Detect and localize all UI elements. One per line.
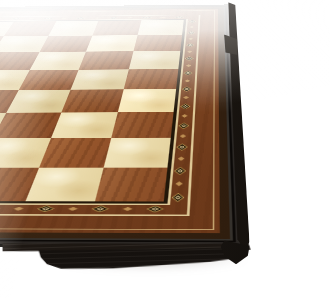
- inlay-diamond-small: [178, 156, 185, 160]
- board-square[interactable]: [51, 112, 117, 138]
- board-square[interactable]: [94, 167, 167, 201]
- inlay-diamond-large: [75, 17, 87, 20]
- inlay-diamond-large: [141, 16, 152, 19]
- inlay-diamond-large: [187, 31, 195, 35]
- inlay-diamond-small: [127, 17, 133, 18]
- inlay-diamond-large: [185, 56, 194, 60]
- board-square[interactable]: [93, 20, 141, 35]
- inlay-diamond-small: [186, 64, 191, 67]
- board-square[interactable]: [123, 69, 178, 89]
- inlay-diamond-small: [67, 207, 78, 211]
- inlay-border-ring: [0, 15, 200, 216]
- inlay-diamond-small: [187, 50, 192, 52]
- inlay-diamond-large: [183, 71, 193, 76]
- board-square[interactable]: [61, 89, 123, 112]
- inlay-diamond-large: [174, 16, 185, 19]
- board-square[interactable]: [117, 89, 176, 112]
- wood-border-ring: [0, 9, 220, 233]
- inlay-diamond-small: [180, 134, 187, 138]
- inlay-diamond-small: [175, 181, 182, 186]
- inlay-diamond-large: [182, 86, 192, 91]
- chess-board: [0, 4, 246, 248]
- black-frame-line: [0, 19, 186, 203]
- board-square[interactable]: [103, 138, 171, 168]
- board-square[interactable]: [18, 70, 78, 90]
- inlay-diamond-large: [188, 20, 196, 24]
- inlay-diamond-small: [189, 26, 194, 28]
- inlay-diamond-small: [13, 207, 25, 211]
- inlay-diamond-large: [42, 17, 54, 20]
- inlay-diamond-large: [0, 205, 2, 212]
- inlay-diamond-small: [122, 207, 133, 211]
- board-square[interactable]: [128, 51, 180, 69]
- board-square[interactable]: [48, 21, 98, 36]
- inlay-diamond-large: [108, 17, 119, 20]
- inlay-diamond-small: [61, 18, 68, 19]
- board-square[interactable]: [26, 167, 104, 201]
- inlay-diamond-small: [94, 17, 101, 18]
- board-square[interactable]: [137, 20, 184, 35]
- board-square[interactable]: [86, 35, 137, 52]
- board-square[interactable]: [4, 21, 56, 36]
- inlay-diamond-large: [174, 167, 186, 175]
- inlay-diamond-small: [29, 18, 36, 19]
- board-square[interactable]: [133, 35, 182, 52]
- inlay-diamond-large: [36, 205, 56, 212]
- inlay-diamond-large: [180, 104, 191, 110]
- inlay-diamond-large: [176, 144, 188, 151]
- inlay-diamond-small: [188, 38, 193, 40]
- inlay-diamond-small: [181, 114, 187, 118]
- inlay-diamond-large: [171, 193, 184, 202]
- inlay-band-bottom: [0, 203, 169, 215]
- board-square[interactable]: [39, 138, 110, 168]
- inlay-diamond-large: [10, 18, 22, 21]
- perspective-scene: [0, 0, 330, 298]
- board-square[interactable]: [79, 51, 133, 69]
- board-square[interactable]: [39, 35, 92, 52]
- inlay-diamond-small: [185, 79, 191, 82]
- board-square[interactable]: [29, 52, 86, 70]
- board-square[interactable]: [71, 69, 129, 89]
- walnut-ring: [0, 7, 230, 239]
- checkerboard: [0, 20, 184, 201]
- inlay-diamond-large: [146, 206, 164, 213]
- inlay-diamond-small: [183, 96, 189, 99]
- board-square[interactable]: [6, 90, 71, 113]
- camera-tilt-wrapper: [0, 0, 330, 298]
- inlay-diamond-large: [91, 205, 110, 212]
- inlay-diamond-large: [186, 43, 195, 47]
- inlay-diamond-small: [0, 18, 3, 19]
- inlay-diamond-large: [178, 123, 189, 129]
- board-square[interactable]: [111, 112, 174, 138]
- inlay-diamond-small: [160, 17, 166, 18]
- chessboard-product-photo: [0, 0, 330, 298]
